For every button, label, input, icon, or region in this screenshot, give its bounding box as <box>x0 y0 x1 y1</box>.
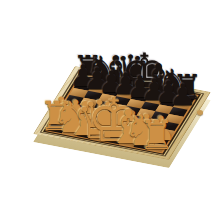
product-photo: ♜♞♝♛♚♝♞♜♟♟♟♟♟♟♟♟♟♟♟♟♟♟♟♟♜♞♝♛♚♝♞♜ <box>0 0 224 224</box>
chess-board <box>47 74 196 153</box>
square-h1 <box>147 143 166 153</box>
clasp-knob <box>197 110 203 115</box>
